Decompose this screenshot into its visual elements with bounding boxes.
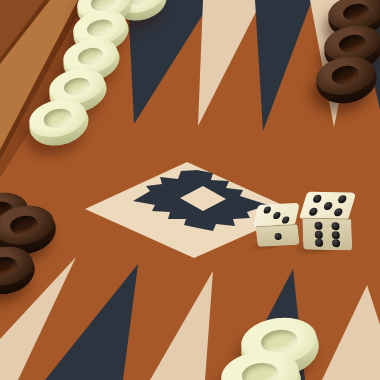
checker-dimple (241, 361, 280, 380)
bottom-point-3-light[interactable] (150, 271, 213, 380)
top-point-3-dark[interactable] (255, 0, 312, 131)
die-pip (281, 216, 290, 223)
top-point-2-light[interactable] (198, 0, 262, 126)
die-pip (332, 231, 340, 239)
checker-dimple (337, 33, 367, 55)
checker-dimple (9, 214, 40, 237)
die-pip (323, 201, 333, 209)
die-pip (272, 211, 281, 218)
die-pip (332, 239, 340, 247)
checker-dimple (330, 64, 361, 87)
die-pip (337, 195, 347, 203)
die-front-face (302, 218, 352, 251)
backgammon-board-photo (0, 0, 380, 380)
checker-dimple (75, 45, 104, 67)
die-pip (333, 208, 343, 216)
checker-dimple (86, 16, 114, 37)
die-pip (312, 195, 322, 203)
die-right-showing-5[interactable] (302, 192, 352, 251)
die-front-face (255, 224, 299, 247)
checker-dimple (0, 254, 18, 277)
die-pip (332, 222, 340, 230)
die-pip (263, 206, 272, 213)
die-pip (308, 208, 318, 216)
checker-dimple (62, 75, 91, 97)
die-left-showing-3[interactable] (255, 203, 299, 247)
die-pip (274, 232, 282, 239)
bottom-point-5-light[interactable] (322, 285, 380, 380)
die-pip (315, 239, 323, 247)
die-pip (314, 230, 322, 238)
checker-dimple (341, 1, 370, 22)
die-top-face (299, 192, 356, 220)
die-pip (314, 222, 322, 230)
board-inlay-graphics (0, 0, 380, 380)
checker-dimple (42, 106, 72, 129)
